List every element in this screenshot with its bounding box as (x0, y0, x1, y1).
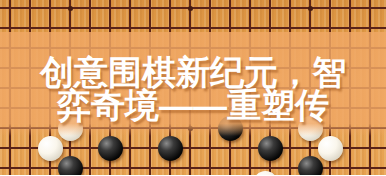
go-stone-black (98, 136, 123, 161)
go-stone-white (253, 171, 278, 176)
go-stone-white (318, 136, 343, 161)
go-stone-black (158, 136, 183, 161)
grid-line-horizontal (0, 27, 386, 29)
star-point (68, 6, 73, 11)
banner-title-line2: 弈奇境——重塑传 (57, 89, 329, 122)
go-stone-black (258, 136, 283, 161)
star-point (188, 6, 193, 11)
go-stone-black (298, 156, 323, 176)
go-stone-white (38, 136, 63, 161)
banner: 创意围棋新纪元，智 弈奇境——重塑传 (0, 0, 386, 175)
star-point (308, 6, 313, 11)
grid-line-horizontal (0, 7, 386, 9)
banner-title: 创意围棋新纪元，智 弈奇境——重塑传 (0, 32, 386, 136)
banner-title-line1: 创意围棋新纪元，智 (40, 56, 346, 89)
go-stone-black (58, 156, 83, 176)
